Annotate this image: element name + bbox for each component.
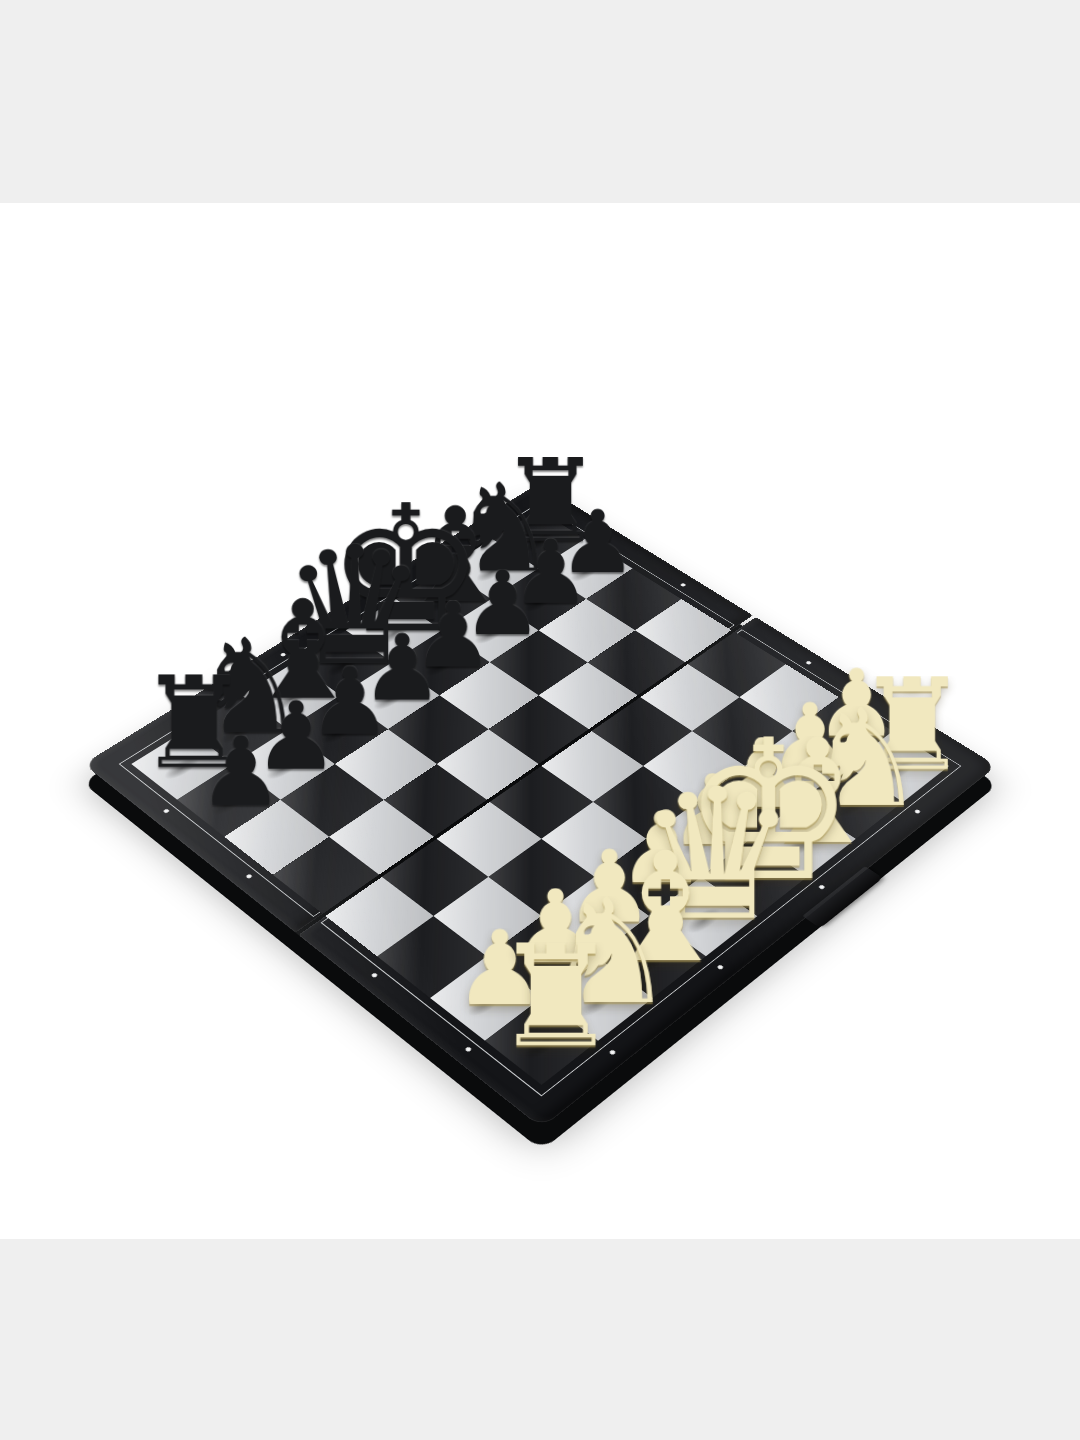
chess-board-case: ♜♞♝♛♚♝♞♜♟♟♟♟♟♟♟♟ ♟♟♟♟♟♟♟♟♜♞♝♛♚♝♞♜ xyxy=(83,483,997,1128)
square-a1: ♜ xyxy=(485,998,598,1085)
product-photo-page: ♜♞♝♛♚♝♞♜♟♟♟♟♟♟♟♟ ♟♟♟♟♟♟♟♟♜♞♝♛♚♝♞♜ xyxy=(0,0,1080,1440)
square-b6 xyxy=(280,764,383,837)
screw-dot xyxy=(680,583,687,587)
piece-black-pawn: ♟ xyxy=(198,734,284,809)
piece-white-rook: ♜ xyxy=(493,942,619,1051)
screw-dot xyxy=(245,874,252,879)
screw-dot xyxy=(371,972,379,978)
screw-dot xyxy=(805,660,812,665)
screw-dot xyxy=(464,1046,472,1052)
photo-scene: ♜♞♝♛♚♝♞♜♟♟♟♟♟♟♟♟ ♟♟♟♟♟♟♟♟♜♞♝♛♚♝♞♜ xyxy=(0,0,1080,1440)
screw-dot xyxy=(163,808,170,813)
